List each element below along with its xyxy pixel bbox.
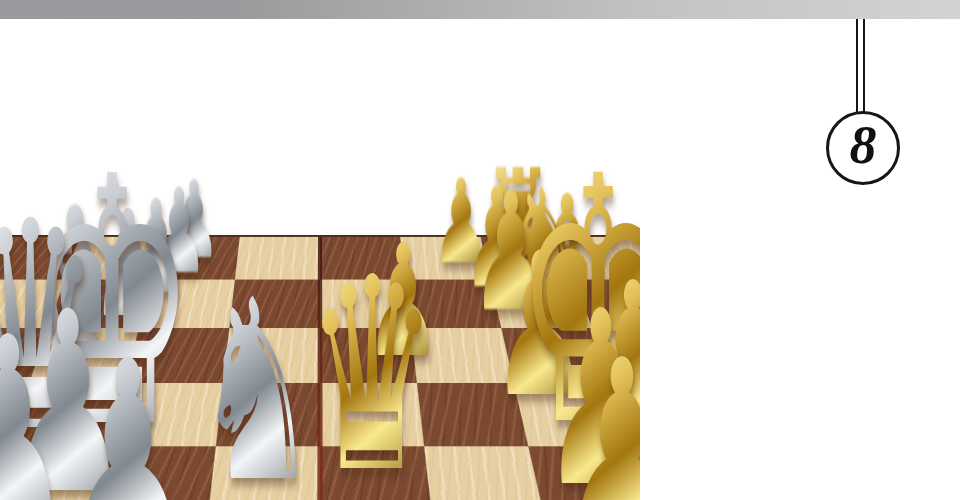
chess-piece-silver-knight: ♞ [195,267,318,500]
header-gradient-bar [0,0,960,19]
slide-number-text: 8 [850,118,877,172]
chess-set-photo: ♛♚♝♟♟♟♟♟♟♟♞♛♟♟♟♟♜♞♝♚♟♟♟♟ [0,150,640,500]
chess-piece-gold-pawn: ♟ [558,326,640,500]
chess-piece-silver-pawn: ♟ [60,325,196,500]
marker-line [856,19,865,113]
slide-number-badge: 8 [826,111,900,185]
page-background: 8 ♛♚♝♟♟♟♟♟♟♟♞♛♟♟♟♟♜♞♝♚♟♟♟♟ [0,0,960,500]
chess-piece-gold-queen: ♛ [306,242,438,500]
